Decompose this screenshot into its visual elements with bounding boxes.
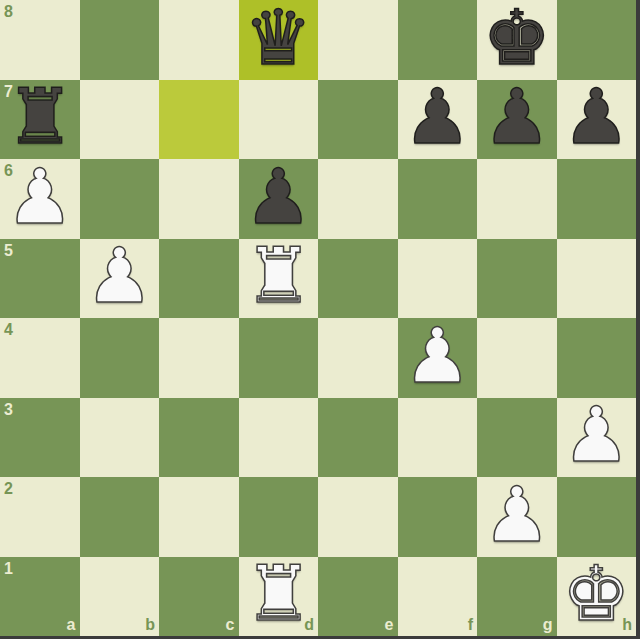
square-e5[interactable] <box>318 239 398 319</box>
square-b4[interactable] <box>80 318 160 398</box>
square-a7[interactable]: 7♜ <box>0 80 80 160</box>
square-d4[interactable] <box>239 318 319 398</box>
square-h2[interactable] <box>557 477 637 557</box>
piece-black-king[interactable]: ♚ <box>483 0 551 76</box>
square-f1[interactable]: f <box>398 557 478 637</box>
square-b8[interactable] <box>80 0 160 80</box>
square-a4[interactable]: 4 <box>0 318 80 398</box>
file-label-c: c <box>226 617 235 633</box>
square-g6[interactable] <box>477 159 557 239</box>
square-h3[interactable]: ♟ <box>557 398 637 478</box>
file-label-a: a <box>67 617 76 633</box>
square-e1[interactable]: e <box>318 557 398 637</box>
square-d2[interactable] <box>239 477 319 557</box>
piece-black-pawn[interactable]: ♟ <box>562 79 630 155</box>
square-f6[interactable] <box>398 159 478 239</box>
square-h5[interactable] <box>557 239 637 319</box>
file-label-b: b <box>145 617 155 633</box>
piece-white-pawn[interactable]: ♟ <box>6 159 74 235</box>
piece-white-pawn[interactable]: ♟ <box>403 318 471 394</box>
square-e2[interactable] <box>318 477 398 557</box>
square-h7[interactable]: ♟ <box>557 80 637 160</box>
piece-black-pawn[interactable]: ♟ <box>403 79 471 155</box>
piece-black-queen[interactable]: ♛ <box>244 0 312 76</box>
piece-black-rook[interactable]: ♜ <box>6 79 74 155</box>
square-c5[interactable] <box>159 239 239 319</box>
square-b2[interactable] <box>80 477 160 557</box>
square-e6[interactable] <box>318 159 398 239</box>
square-g1[interactable]: g <box>477 557 557 637</box>
square-d7[interactable] <box>239 80 319 160</box>
piece-white-king[interactable]: ♚ <box>562 556 630 632</box>
square-g5[interactable] <box>477 239 557 319</box>
square-e4[interactable] <box>318 318 398 398</box>
square-c7[interactable] <box>159 80 239 160</box>
piece-white-pawn[interactable]: ♟ <box>85 238 153 314</box>
square-d6[interactable]: ♟ <box>239 159 319 239</box>
square-h8[interactable] <box>557 0 637 80</box>
square-b3[interactable] <box>80 398 160 478</box>
piece-black-pawn[interactable]: ♟ <box>244 159 312 235</box>
rank-label-3: 3 <box>4 402 13 418</box>
square-d8[interactable]: ♛ <box>239 0 319 80</box>
square-c8[interactable] <box>159 0 239 80</box>
square-a1[interactable]: 1a <box>0 557 80 637</box>
rank-label-2: 2 <box>4 481 13 497</box>
piece-white-rook[interactable]: ♜ <box>244 238 312 314</box>
rank-label-8: 8 <box>4 4 13 20</box>
square-c3[interactable] <box>159 398 239 478</box>
square-d3[interactable] <box>239 398 319 478</box>
square-d5[interactable]: ♜ <box>239 239 319 319</box>
piece-black-pawn[interactable]: ♟ <box>483 79 551 155</box>
square-g8[interactable]: ♚ <box>477 0 557 80</box>
square-h1[interactable]: h♚ <box>557 557 637 637</box>
piece-white-pawn[interactable]: ♟ <box>483 477 551 553</box>
piece-white-pawn[interactable]: ♟ <box>562 397 630 473</box>
square-g4[interactable] <box>477 318 557 398</box>
square-g2[interactable]: ♟ <box>477 477 557 557</box>
square-h6[interactable] <box>557 159 637 239</box>
rank-label-5: 5 <box>4 243 13 259</box>
file-label-g: g <box>543 617 553 633</box>
square-b6[interactable] <box>80 159 160 239</box>
square-a8[interactable]: 8 <box>0 0 80 80</box>
square-a6[interactable]: 6♟ <box>0 159 80 239</box>
square-b1[interactable]: b <box>80 557 160 637</box>
square-e7[interactable] <box>318 80 398 160</box>
square-g7[interactable]: ♟ <box>477 80 557 160</box>
square-f4[interactable]: ♟ <box>398 318 478 398</box>
piece-white-rook[interactable]: ♜ <box>244 556 312 632</box>
square-a2[interactable]: 2 <box>0 477 80 557</box>
square-c1[interactable]: c <box>159 557 239 637</box>
chess-app-window: 8♛♚7♜♟♟♟6♟♟5♟♜4♟3♟2♟1abcd♜efgh♚ <box>0 0 640 639</box>
file-label-e: e <box>385 617 394 633</box>
square-f3[interactable] <box>398 398 478 478</box>
square-g3[interactable] <box>477 398 557 478</box>
rank-label-1: 1 <box>4 561 13 577</box>
file-label-f: f <box>468 617 473 633</box>
square-e8[interactable] <box>318 0 398 80</box>
chess-board: 8♛♚7♜♟♟♟6♟♟5♟♜4♟3♟2♟1abcd♜efgh♚ <box>0 0 636 636</box>
square-f8[interactable] <box>398 0 478 80</box>
rank-label-4: 4 <box>4 322 13 338</box>
square-f7[interactable]: ♟ <box>398 80 478 160</box>
square-e3[interactable] <box>318 398 398 478</box>
square-a3[interactable]: 3 <box>0 398 80 478</box>
square-b5[interactable]: ♟ <box>80 239 160 319</box>
square-f5[interactable] <box>398 239 478 319</box>
square-c6[interactable] <box>159 159 239 239</box>
square-a5[interactable]: 5 <box>0 239 80 319</box>
square-c4[interactable] <box>159 318 239 398</box>
square-d1[interactable]: d♜ <box>239 557 319 637</box>
square-h4[interactable] <box>557 318 637 398</box>
square-f2[interactable] <box>398 477 478 557</box>
square-b7[interactable] <box>80 80 160 160</box>
board-edge-right <box>636 0 640 639</box>
square-c2[interactable] <box>159 477 239 557</box>
